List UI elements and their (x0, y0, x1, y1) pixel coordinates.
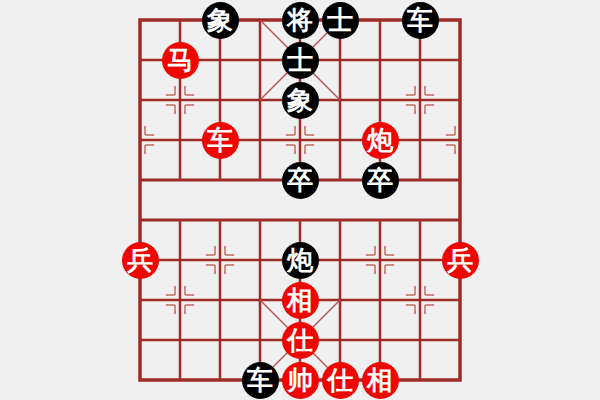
piece-red-cannon[interactable]: 炮 (362, 122, 399, 159)
piece-black-soldier[interactable]: 卒 (362, 162, 399, 199)
xiangqi-board: 象将士车马士象车炮卒卒兵炮兵相仕车帅仕相 (0, 0, 600, 400)
board-grid: 象将士车马士象车炮卒卒兵炮兵相仕车帅仕相 (120, 0, 480, 400)
piece-black-soldier[interactable]: 卒 (282, 162, 319, 199)
piece-red-horse[interactable]: 马 (162, 42, 199, 79)
piece-black-advisor[interactable]: 士 (282, 42, 319, 79)
piece-black-chariot[interactable]: 车 (242, 362, 279, 399)
piece-black-elephant[interactable]: 象 (202, 2, 239, 39)
piece-black-advisor[interactable]: 士 (322, 2, 359, 39)
piece-black-elephant[interactable]: 象 (282, 82, 319, 119)
piece-red-elephant[interactable]: 相 (362, 362, 399, 399)
piece-black-chariot[interactable]: 车 (402, 2, 439, 39)
piece-red-advisor[interactable]: 仕 (322, 362, 359, 399)
piece-red-general[interactable]: 帅 (282, 362, 319, 399)
piece-red-soldier[interactable]: 兵 (442, 242, 479, 279)
piece-black-cannon[interactable]: 炮 (282, 242, 319, 279)
piece-black-general[interactable]: 将 (282, 2, 319, 39)
piece-red-elephant[interactable]: 相 (282, 282, 319, 319)
piece-red-soldier[interactable]: 兵 (122, 242, 159, 279)
piece-red-chariot[interactable]: 车 (202, 122, 239, 159)
piece-red-advisor[interactable]: 仕 (282, 322, 319, 359)
